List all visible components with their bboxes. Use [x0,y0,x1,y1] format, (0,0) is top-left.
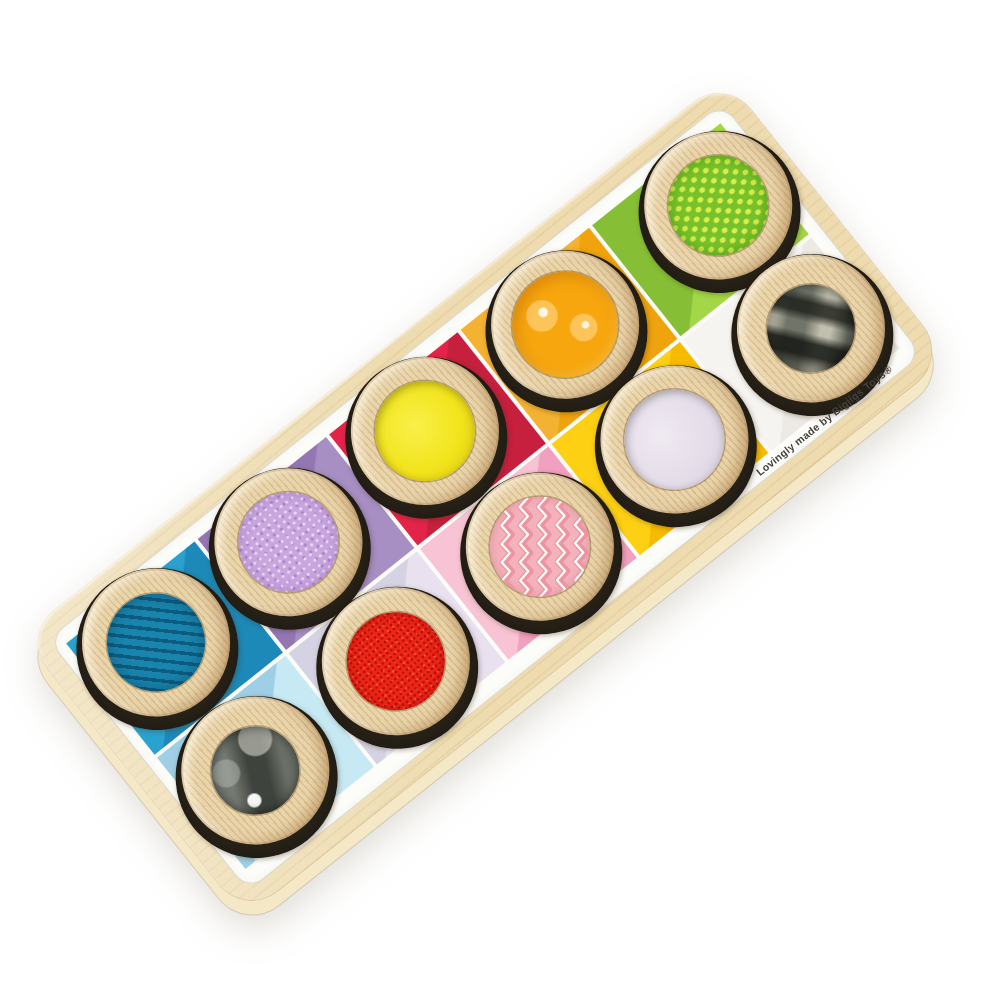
cell-grid [66,123,900,869]
printed-panel: Lovingly made by Bigjigs Toys® [49,104,921,890]
wood-face: Lovingly made by Bigjigs Toys® [21,76,949,918]
board-position-wrapper: Lovingly made by Bigjigs Toys® [35,317,935,677]
zigzag-texture [489,496,590,597]
sensory-board: Lovingly made by Bigjigs Toys® [21,76,949,918]
photo-scene: Lovingly made by Bigjigs Toys® [0,0,1000,1000]
